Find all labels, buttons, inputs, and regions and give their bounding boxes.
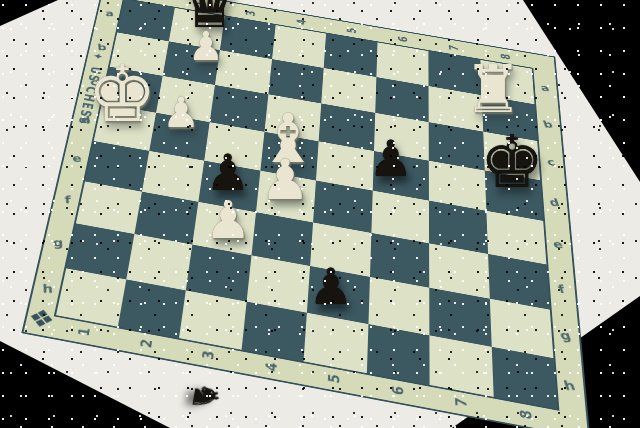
coordinate-label-g: g [558, 329, 573, 343]
white-rook-piece[interactable]: ♜ [463, 57, 522, 123]
black-pawn-piece[interactable]: ♟ [309, 262, 354, 312]
coordinate-label-f: f [556, 282, 567, 296]
board-square-h1[interactable] [56, 268, 126, 327]
coordinate-label-h: h [562, 378, 577, 393]
board-square-h4[interactable] [241, 301, 307, 361]
coordinate-label-6: 6 [388, 385, 407, 397]
white-pawn-piece[interactable]: ♟ [260, 152, 310, 208]
white-pawn-piece[interactable]: ♟ [162, 92, 200, 134]
coordinate-label-g: g [53, 236, 64, 249]
coordinate-label-3: 3 [243, 10, 258, 18]
coordinate-label-4: 4 [294, 18, 309, 26]
white-pawn-piece[interactable]: ♟ [188, 26, 224, 66]
coordinate-label-h: h [42, 282, 53, 296]
coordinate-label-2: 2 [137, 338, 156, 349]
coordinate-label-4: 4 [262, 361, 281, 372]
white-pawn-piece[interactable]: ♟ [205, 194, 252, 246]
black-king-piece[interactable]: ♚ [480, 126, 545, 198]
coordinate-label-3: 3 [199, 349, 218, 360]
board-square-h5[interactable] [304, 312, 368, 373]
coordinate-label-e: e [551, 238, 565, 251]
black-knight-piece-captured[interactable]: ♞ [187, 379, 226, 415]
board-square-h7[interactable] [429, 335, 493, 397]
board-square-h2[interactable] [117, 279, 186, 338]
coordinate-label-a: a [539, 83, 551, 94]
black-pawn-piece[interactable]: ♟ [369, 134, 414, 184]
coordinate-label-5: 5 [344, 27, 359, 35]
coordinate-label-5: 5 [325, 373, 343, 385]
coordinate-label-a: a [105, 8, 114, 18]
coordinate-label-d: d [547, 196, 561, 208]
board-square-h6[interactable] [366, 324, 429, 385]
coordinate-label-7: 7 [452, 397, 471, 409]
checkered-diamond-logo: ❖ [26, 305, 58, 333]
photo-stage: 1122334455667788aabbccddeeffgghh ✦ US CH… [0, 0, 640, 428]
coordinate-label-e: e [72, 152, 82, 164]
board-square-h8[interactable] [491, 346, 557, 408]
coordinate-label-1: 1 [75, 326, 94, 337]
coordinate-label-7: 7 [446, 44, 461, 52]
coordinate-label-f: f [64, 193, 71, 206]
coordinate-label-6: 6 [395, 35, 410, 43]
white-king-piece[interactable]: ♚ [87, 55, 157, 133]
coordinate-label-c: c [545, 156, 557, 168]
coordinate-label-8: 8 [516, 409, 535, 421]
board-square-h3[interactable] [179, 290, 246, 350]
